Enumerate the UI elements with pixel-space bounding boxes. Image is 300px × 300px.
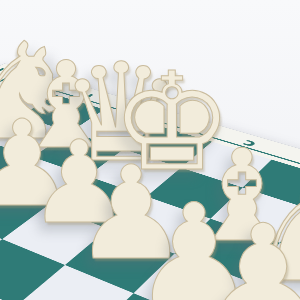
white-pawn[interactable]: ♟ [194, 205, 300, 300]
chess-photo-scene: hgfedcba ♞♝♛♚♟♟♝♞♟♟♟ [0, 0, 300, 300]
pieces-layer: ♞♝♛♚♟♟♝♞♟♟♟ [0, 0, 300, 300]
